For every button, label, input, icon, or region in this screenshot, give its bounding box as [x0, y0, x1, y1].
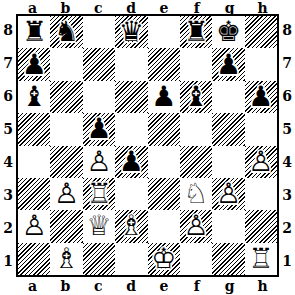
square-e3[interactable] — [148, 178, 180, 210]
black-piece-glyph: ♝ — [18, 81, 50, 113]
black-piece-glyph: ♛ — [115, 16, 147, 48]
square-f7[interactable] — [180, 48, 212, 80]
rank-label-left-8: 8 — [0, 14, 16, 47]
square-h4[interactable]: ♟♙ — [245, 146, 277, 178]
piece-wN-f3[interactable]: ♞♘ — [180, 178, 212, 210]
black-piece-glyph: ♟ — [148, 81, 180, 113]
white-piece-glyph: ♘ — [180, 178, 212, 210]
square-c4[interactable]: ♟♙ — [83, 146, 115, 178]
square-g6[interactable] — [212, 81, 244, 113]
black-piece-glyph: ♟ — [245, 81, 277, 113]
square-b8[interactable]: ♞♞ — [50, 16, 82, 48]
rank-label-left-1: 1 — [0, 244, 16, 277]
square-d6[interactable] — [115, 81, 147, 113]
file-label-bottom-f: f — [180, 277, 213, 295]
rank-labels-left: 87654321 — [0, 14, 16, 277]
piece-wP-g3[interactable]: ♟♙ — [212, 178, 244, 210]
square-d1[interactable] — [115, 243, 147, 275]
rank-label-left-7: 7 — [0, 47, 16, 80]
file-label-bottom-e: e — [148, 277, 181, 295]
black-piece-glyph: ♟ — [83, 113, 115, 145]
square-h2[interactable] — [245, 210, 277, 242]
white-piece-glyph: ♗ — [115, 210, 147, 242]
square-c3[interactable]: ♜♖ — [83, 178, 115, 210]
square-g8[interactable]: ♚♚ — [212, 16, 244, 48]
square-h5[interactable] — [245, 113, 277, 145]
piece-wK-e1[interactable]: ♚♔ — [148, 243, 180, 275]
square-b6[interactable] — [50, 81, 82, 113]
square-b3[interactable]: ♟♙ — [50, 178, 82, 210]
piece-bP-d4[interactable]: ♟♟ — [115, 146, 147, 178]
piece-wP-c4[interactable]: ♟♙ — [83, 146, 115, 178]
square-e5[interactable] — [148, 113, 180, 145]
square-d7[interactable] — [115, 48, 147, 80]
file-label-bottom-h: h — [246, 277, 279, 295]
rank-labels-right: 87654321 — [279, 14, 295, 277]
square-f6[interactable]: ♝♝ — [180, 81, 212, 113]
white-piece-glyph: ♙ — [180, 210, 212, 242]
piece-bP-c5[interactable]: ♟♟ — [83, 113, 115, 145]
square-a4[interactable] — [18, 146, 50, 178]
rank-label-left-2: 2 — [0, 211, 16, 244]
square-a7[interactable]: ♟♟ — [18, 48, 50, 80]
file-label-bottom-c: c — [82, 277, 115, 295]
black-piece-glyph: ♜ — [180, 16, 212, 48]
white-piece-glyph: ♙ — [18, 210, 50, 242]
black-piece-glyph: ♟ — [18, 48, 50, 80]
square-a2[interactable]: ♟♙ — [18, 210, 50, 242]
rank-label-right-4: 4 — [279, 146, 295, 179]
square-h7[interactable] — [245, 48, 277, 80]
file-labels-bottom: abcdefgh — [16, 277, 279, 295]
piece-wB-d2[interactable]: ♝♗ — [115, 210, 147, 242]
square-c6[interactable] — [83, 81, 115, 113]
square-e4[interactable] — [148, 146, 180, 178]
piece-bK-g8[interactable]: ♚♚ — [212, 16, 244, 48]
rank-label-right-1: 1 — [279, 244, 295, 277]
square-f2[interactable]: ♟♙ — [180, 210, 212, 242]
rank-label-left-4: 4 — [0, 146, 16, 179]
square-g1[interactable] — [212, 243, 244, 275]
piece-wP-f2[interactable]: ♟♙ — [180, 210, 212, 242]
square-a6[interactable]: ♝♝ — [18, 81, 50, 113]
square-c5[interactable]: ♟♟ — [83, 113, 115, 145]
piece-wR-c3[interactable]: ♜♖ — [83, 178, 115, 210]
white-piece-glyph: ♙ — [50, 178, 82, 210]
square-f4[interactable] — [180, 146, 212, 178]
square-d3[interactable] — [115, 178, 147, 210]
square-g7[interactable]: ♟♟ — [212, 48, 244, 80]
square-f8[interactable]: ♜♜ — [180, 16, 212, 48]
square-e2[interactable] — [148, 210, 180, 242]
square-d8[interactable]: ♛♛ — [115, 16, 147, 48]
square-e8[interactable] — [148, 16, 180, 48]
piece-bP-e6[interactable]: ♟♟ — [148, 81, 180, 113]
rank-label-right-5: 5 — [279, 113, 295, 146]
square-a1[interactable] — [18, 243, 50, 275]
piece-wR-h1[interactable]: ♜♖ — [245, 243, 277, 275]
square-b4[interactable] — [50, 146, 82, 178]
square-h6[interactable]: ♟♟ — [245, 81, 277, 113]
rank-label-right-7: 7 — [279, 47, 295, 80]
black-piece-glyph: ♟ — [115, 146, 147, 178]
rank-label-right-2: 2 — [279, 211, 295, 244]
black-piece-glyph: ♚ — [212, 16, 244, 48]
square-f3[interactable]: ♞♘ — [180, 178, 212, 210]
square-b5[interactable] — [50, 113, 82, 145]
piece-bB-f6[interactable]: ♝♝ — [180, 81, 212, 113]
square-a5[interactable] — [18, 113, 50, 145]
white-piece-glyph: ♔ — [148, 243, 180, 275]
piece-wP-b3[interactable]: ♟♙ — [50, 178, 82, 210]
rank-label-left-5: 5 — [0, 113, 16, 146]
piece-bB-a6[interactable]: ♝♝ — [18, 81, 50, 113]
rank-label-left-3: 3 — [0, 178, 16, 211]
square-b2[interactable] — [50, 210, 82, 242]
white-piece-glyph: ♖ — [83, 178, 115, 210]
square-f1[interactable] — [180, 243, 212, 275]
piece-bP-g7[interactable]: ♟♟ — [212, 48, 244, 80]
square-c8[interactable] — [83, 16, 115, 48]
white-piece-glyph: ♕ — [83, 210, 115, 242]
rank-label-right-6: 6 — [279, 80, 295, 113]
square-e6[interactable]: ♟♟ — [148, 81, 180, 113]
square-d2[interactable]: ♝♗ — [115, 210, 147, 242]
piece-bR-f8[interactable]: ♜♜ — [180, 16, 212, 48]
square-f5[interactable] — [180, 113, 212, 145]
piece-wP-a2[interactable]: ♟♙ — [18, 210, 50, 242]
square-d5[interactable] — [115, 113, 147, 145]
piece-bP-h6[interactable]: ♟♟ — [245, 81, 277, 113]
rank-label-right-3: 3 — [279, 178, 295, 211]
rank-label-right-8: 8 — [279, 14, 295, 47]
file-label-bottom-g: g — [213, 277, 246, 295]
square-e7[interactable] — [148, 48, 180, 80]
rank-label-left-6: 6 — [0, 80, 16, 113]
file-label-bottom-b: b — [49, 277, 82, 295]
chess-board: ♜♜♞♞♛♛♜♜♚♚♟♟♟♟♝♝♟♟♝♝♟♟♟♟♟♙♟♟♟♙♟♙♜♖♞♘♟♙♟♙… — [16, 14, 279, 277]
square-g4[interactable] — [212, 146, 244, 178]
square-c7[interactable] — [83, 48, 115, 80]
square-b7[interactable] — [50, 48, 82, 80]
white-piece-glyph: ♙ — [212, 178, 244, 210]
piece-wQ-c2[interactable]: ♛♕ — [83, 210, 115, 242]
file-label-bottom-a: a — [16, 277, 49, 295]
square-a3[interactable] — [18, 178, 50, 210]
chess-diagram: abcdefgh 87654321 87654321 abcdefgh ♜♜♞♞… — [0, 0, 295, 295]
piece-wP-h4[interactable]: ♟♙ — [245, 146, 277, 178]
square-a8[interactable]: ♜♜ — [18, 16, 50, 48]
square-h3[interactable] — [245, 178, 277, 210]
piece-bQ-d8[interactable]: ♛♛ — [115, 16, 147, 48]
black-piece-glyph: ♞ — [50, 16, 82, 48]
square-g3[interactable]: ♟♙ — [212, 178, 244, 210]
white-piece-glyph: ♙ — [83, 146, 115, 178]
square-c1[interactable] — [83, 243, 115, 275]
white-piece-glyph: ♗ — [50, 243, 82, 275]
black-piece-glyph: ♜ — [18, 16, 50, 48]
piece-bR-a8[interactable]: ♜♜ — [18, 16, 50, 48]
file-label-bottom-d: d — [115, 277, 148, 295]
square-b1[interactable]: ♝♗ — [50, 243, 82, 275]
white-piece-glyph: ♙ — [245, 146, 277, 178]
piece-bN-b8[interactable]: ♞♞ — [50, 16, 82, 48]
black-piece-glyph: ♟ — [212, 48, 244, 80]
square-e1[interactable]: ♚♔ — [148, 243, 180, 275]
square-d4[interactable]: ♟♟ — [115, 146, 147, 178]
piece-wB-b1[interactable]: ♝♗ — [50, 243, 82, 275]
square-g2[interactable] — [212, 210, 244, 242]
file-labels-top: abcdefgh — [16, 0, 279, 14]
square-c2[interactable]: ♛♕ — [83, 210, 115, 242]
square-g5[interactable] — [212, 113, 244, 145]
piece-bP-a7[interactable]: ♟♟ — [18, 48, 50, 80]
black-piece-glyph: ♝ — [180, 81, 212, 113]
square-h8[interactable] — [245, 16, 277, 48]
white-piece-glyph: ♖ — [245, 243, 277, 275]
square-h1[interactable]: ♜♖ — [245, 243, 277, 275]
